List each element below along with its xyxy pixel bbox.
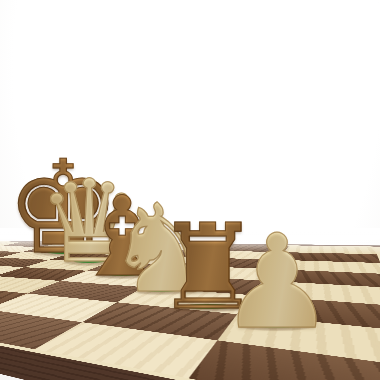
pieces-layer: ♚♛♝♞♜♟	[0, 0, 380, 380]
pawn-glyph: ♟	[219, 217, 336, 347]
photo-stage: ♚♛♝♞♜♟	[0, 0, 380, 380]
